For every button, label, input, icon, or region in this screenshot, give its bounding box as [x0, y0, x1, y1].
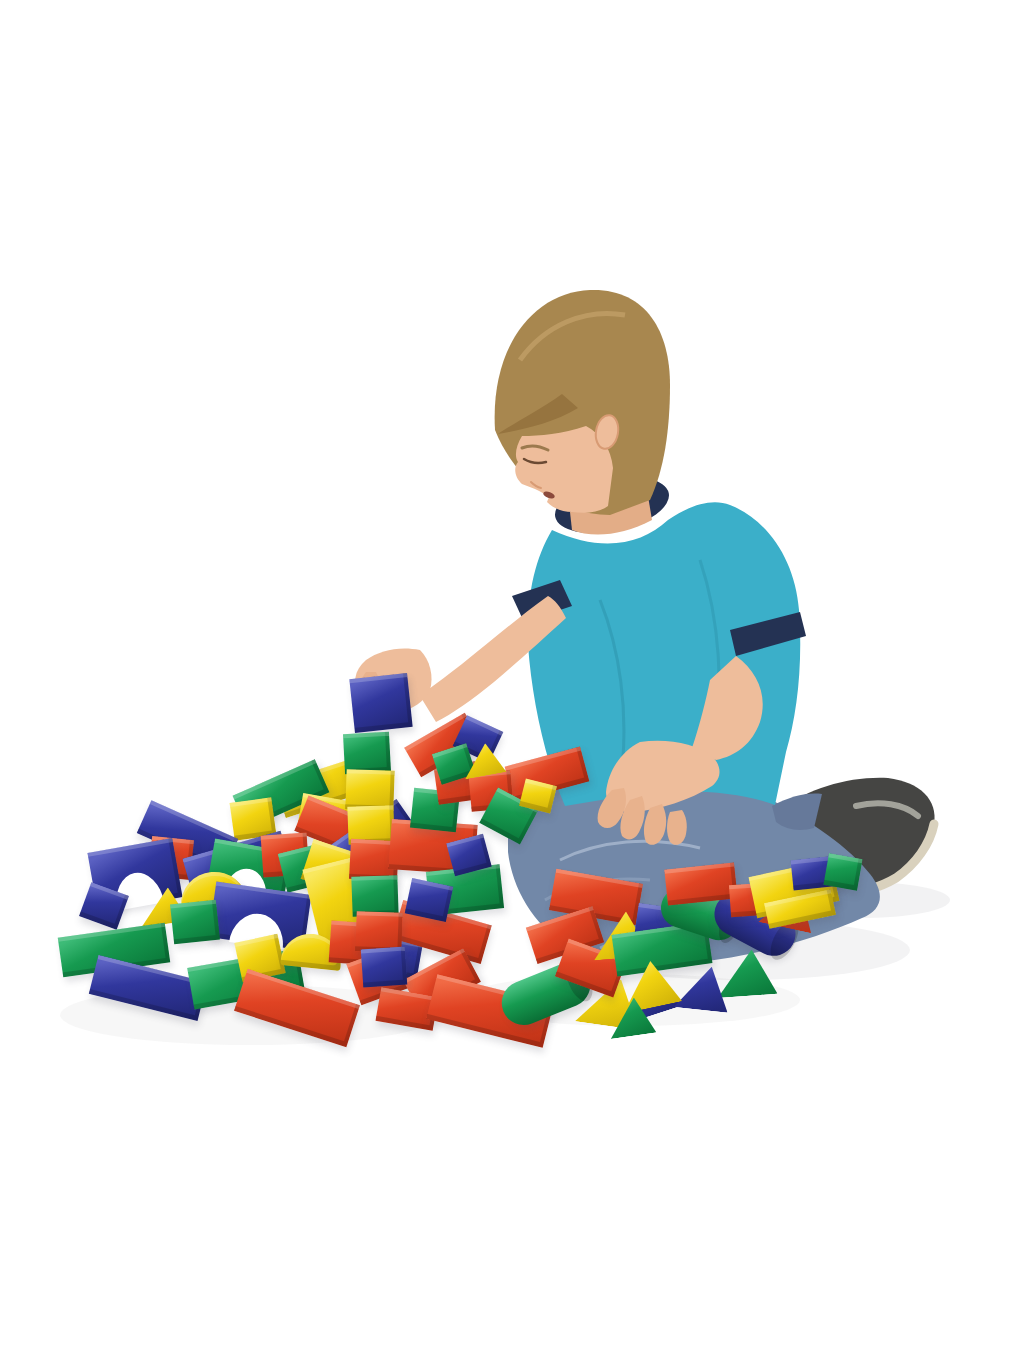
floor-shadow [60, 985, 440, 1045]
boy-figure [0, 0, 1020, 1360]
left-finger [667, 810, 687, 845]
floor-shadow [460, 974, 800, 1026]
product-photo [0, 0, 1020, 1360]
